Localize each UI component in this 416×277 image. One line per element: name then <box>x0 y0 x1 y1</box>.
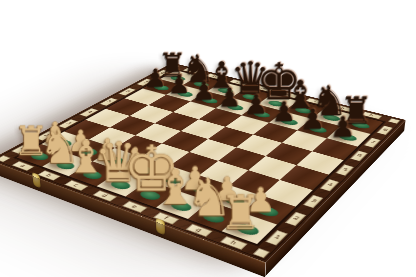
board-grid: ♜♞♝♛♚♝♞♜♟♟♟♟♟♟♟♟♟♟♟♟♟♟♟♟♜♞♝♛♚♝♞♜ <box>17 70 383 244</box>
white-rook: ♜ <box>220 189 261 236</box>
board-frame: ♜♞♝♛♚♝♞♜♟♟♟♟♟♟♟♟♟♟♟♟♟♟♟♟♜♞♝♛♚♝♞♜ aa88bb7… <box>0 63 406 263</box>
frame-corner-inlay <box>253 248 271 258</box>
rank-label-left-5: 5 <box>100 98 119 106</box>
file-label-bottom-c: c <box>64 180 88 191</box>
rank-label-left-4: 4 <box>80 108 99 117</box>
file-label-bottom-a: a <box>11 161 34 171</box>
file-label-bottom-b: b <box>37 170 61 180</box>
black-pawn: ♟ <box>268 99 300 126</box>
scene: ♜♞♝♛♚♝♞♜♟♟♟♟♟♟♟♟♟♟♟♟♟♟♟♟♜♞♝♛♚♝♞♜ aa88bb7… <box>0 0 416 277</box>
frame-corner-inlay <box>0 155 11 162</box>
chess-board: ♜♞♝♛♚♝♞♜♟♟♟♟♟♟♟♟♟♟♟♟♟♟♟♟♜♞♝♛♚♝♞♜ aa88bb7… <box>0 63 406 263</box>
frame-corner-inlay <box>388 118 401 124</box>
rank-label-left-6: 6 <box>119 88 137 96</box>
black-pawn: ♟ <box>326 113 359 141</box>
black-pawn: ♟ <box>297 106 330 134</box>
square-g5 <box>266 143 312 165</box>
square-e4 <box>189 139 236 161</box>
